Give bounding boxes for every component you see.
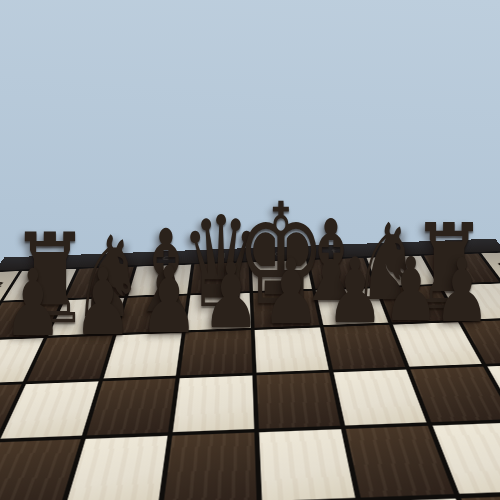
piece-black-pawn-h7[interactable]: ♟ xyxy=(434,247,491,335)
piece-black-pawn-c7[interactable]: ♟ xyxy=(139,255,198,347)
square-e5[interactable] xyxy=(257,373,341,429)
piece-black-pawn-f7[interactable]: ♟ xyxy=(326,246,384,336)
piece-black-pawn-d7[interactable]: ♟ xyxy=(202,251,260,341)
piece-black-pawn-b7[interactable]: ♟ xyxy=(73,257,132,349)
square-b4[interactable] xyxy=(0,439,81,500)
square-f5[interactable] xyxy=(334,370,427,426)
chess-set-photo: abcdefgh8877665544332211 ♜♞♝♛♚♝♞♜♟♟♟♟♟♟♟… xyxy=(0,0,500,500)
square-e4[interactable] xyxy=(259,429,355,500)
square-c4[interactable] xyxy=(65,436,168,500)
square-d5[interactable] xyxy=(173,375,254,432)
square-g3[interactable] xyxy=(461,495,500,500)
square-d4[interactable] xyxy=(163,432,256,500)
piece-black-pawn-e7[interactable]: ♟ xyxy=(262,247,320,337)
square-c5[interactable] xyxy=(87,378,176,435)
piece-black-pawn-a7[interactable]: ♟ xyxy=(3,258,62,350)
square-g5[interactable] xyxy=(410,367,500,423)
piece-black-pawn-g7[interactable]: ♟ xyxy=(383,246,440,334)
